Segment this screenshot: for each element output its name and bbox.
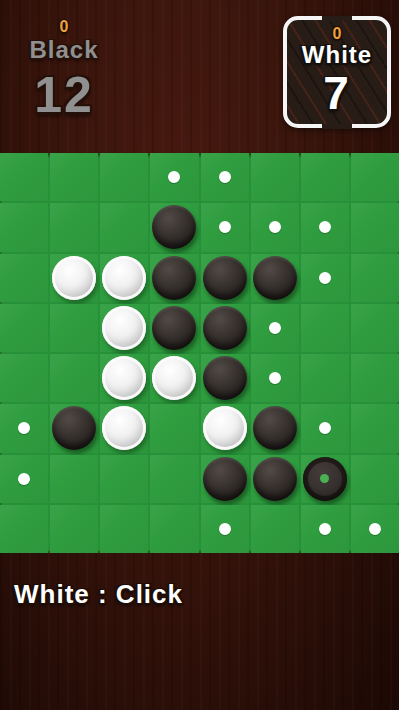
cell-d5[interactable] [150,354,198,402]
cell-f4[interactable] [251,304,299,352]
white-disc [102,356,146,400]
board [0,153,399,553]
cell-h5[interactable] [351,354,399,402]
black-disc [152,306,196,350]
legal-move-ring [219,171,231,183]
black-disc [253,457,297,501]
black-disc [203,306,247,350]
cell-e6[interactable] [201,404,249,452]
black-disc [203,457,247,501]
black-score-panel: 0 Black 12 [12,18,116,119]
cell-e4[interactable] [201,304,249,352]
legal-move-ring [319,221,331,233]
cell-f7[interactable] [251,455,299,503]
cell-b6[interactable] [50,404,98,452]
cell-g7[interactable] [301,455,349,503]
cell-g8[interactable] [301,505,349,553]
cell-e7[interactable] [201,455,249,503]
black-disc [152,256,196,300]
black-disc [52,406,96,450]
black-disc [203,256,247,300]
cell-f3[interactable] [251,254,299,302]
cell-c3[interactable] [100,254,148,302]
cell-h8[interactable] [351,505,399,553]
cell-h6[interactable] [351,404,399,452]
cell-f5[interactable] [251,354,299,402]
cell-d1[interactable] [150,153,198,201]
white-player-label: White [302,43,372,67]
cell-f6[interactable] [251,404,299,452]
cell-g1[interactable] [301,153,349,201]
legal-move-ring [219,221,231,233]
black-score: 12 [34,71,94,119]
scoreboard: 0 Black 12 0 White 7 [0,0,399,153]
white-disc [102,406,146,450]
cell-h3[interactable] [351,254,399,302]
cell-b4[interactable] [50,304,98,352]
cell-d2[interactable] [150,203,198,251]
cell-d4[interactable] [150,304,198,352]
cell-c1[interactable] [100,153,148,201]
cell-b8[interactable] [50,505,98,553]
cell-d7[interactable] [150,455,198,503]
black-disc [303,457,347,501]
white-score: 7 [323,71,351,115]
cell-a3[interactable] [0,254,48,302]
cell-g2[interactable] [301,203,349,251]
cell-b7[interactable] [50,455,98,503]
legal-move-ring [269,221,281,233]
cell-e3[interactable] [201,254,249,302]
cell-d8[interactable] [150,505,198,553]
cell-b1[interactable] [50,153,98,201]
legal-move-ring [269,322,281,334]
legal-move-ring [319,272,331,284]
cell-e8[interactable] [201,505,249,553]
cell-g6[interactable] [301,404,349,452]
white-disc [102,306,146,350]
cell-h1[interactable] [351,153,399,201]
legal-move-ring [269,372,281,384]
legal-move-ring [319,523,331,535]
cell-a4[interactable] [0,304,48,352]
black-player-label: Black [29,37,98,63]
cell-f1[interactable] [251,153,299,201]
cell-c8[interactable] [100,505,148,553]
last-move-dot [320,474,329,483]
black-disc [203,356,247,400]
cell-e5[interactable] [201,354,249,402]
legal-move-ring [219,523,231,535]
cell-c2[interactable] [100,203,148,251]
white-disc [152,356,196,400]
cell-h4[interactable] [351,304,399,352]
cell-a6[interactable] [0,404,48,452]
cell-a5[interactable] [0,354,48,402]
cell-a8[interactable] [0,505,48,553]
cell-f8[interactable] [251,505,299,553]
legal-move-ring [18,473,30,485]
white-disc [203,406,247,450]
black-disc [152,205,196,249]
black-disc [253,406,297,450]
cell-b5[interactable] [50,354,98,402]
cell-a7[interactable] [0,455,48,503]
cell-d3[interactable] [150,254,198,302]
white-disc [52,256,96,300]
cell-e1[interactable] [201,153,249,201]
cell-a1[interactable] [0,153,48,201]
cell-g3[interactable] [301,254,349,302]
legal-move-ring [319,422,331,434]
white-disc [102,256,146,300]
cell-d6[interactable] [150,404,198,452]
card-border-gap-top [322,16,352,21]
cell-h7[interactable] [351,455,399,503]
legal-move-ring [168,171,180,183]
cell-e2[interactable] [201,203,249,251]
legal-move-ring [18,422,30,434]
cell-c5[interactable] [100,354,148,402]
card-border-gap-bottom [322,124,352,129]
cell-g4[interactable] [301,304,349,352]
cell-c4[interactable] [100,304,148,352]
cell-c6[interactable] [100,404,148,452]
cell-f2[interactable] [251,203,299,251]
cell-h2[interactable] [351,203,399,251]
legal-move-ring [369,523,381,535]
status-text: White : Click [14,579,183,610]
cell-b3[interactable] [50,254,98,302]
black-counter: 0 [60,18,69,36]
cell-c7[interactable] [100,455,148,503]
cell-g5[interactable] [301,354,349,402]
white-score-card: 0 White 7 [283,16,391,128]
black-disc [253,256,297,300]
cell-b2[interactable] [50,203,98,251]
cell-a2[interactable] [0,203,48,251]
